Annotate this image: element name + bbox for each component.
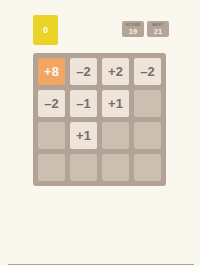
board-grid[interactable]: +8–2+2–2–2–1+1+1 xyxy=(33,53,166,186)
score-badge: SCORE 19 xyxy=(122,21,144,37)
best-badge-value: 21 xyxy=(154,27,162,36)
tile--1: –1 xyxy=(70,90,97,117)
empty-cell xyxy=(134,90,161,117)
empty-cell xyxy=(38,122,65,149)
bottom-edge-line xyxy=(8,264,194,265)
tile-8: +8 xyxy=(38,58,65,85)
tile--2: –2 xyxy=(134,58,161,85)
tile--2: –2 xyxy=(38,90,65,117)
tile-1: +1 xyxy=(102,90,129,117)
score-badge-value: 19 xyxy=(129,27,137,36)
empty-cell xyxy=(134,154,161,181)
empty-cell xyxy=(102,154,129,181)
target-zero-tile: 0 xyxy=(33,15,58,45)
empty-cell xyxy=(102,122,129,149)
game-screen: 0 SCORE 19 BEST 21 +8–2+2–2–2–1+1+1 xyxy=(0,0,200,266)
empty-cell xyxy=(134,122,161,149)
tile--2: –2 xyxy=(70,58,97,85)
tile-1: +1 xyxy=(70,122,97,149)
empty-cell xyxy=(70,154,97,181)
empty-cell xyxy=(38,154,65,181)
best-badge: BEST 21 xyxy=(147,21,169,37)
tile-2: +2 xyxy=(102,58,129,85)
